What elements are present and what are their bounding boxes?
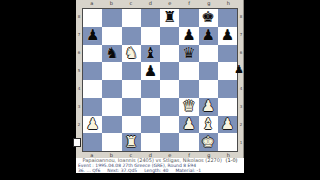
- white-piece-g1[interactable]: ♚: [199, 133, 218, 151]
- square-b6[interactable]: ♞: [102, 45, 121, 63]
- square-f5[interactable]: [179, 62, 198, 80]
- square-e6[interactable]: [160, 45, 179, 63]
- square-f8[interactable]: [179, 9, 198, 27]
- rank-label-4: 4: [238, 80, 244, 98]
- file-label-f: f: [180, 0, 200, 8]
- white-piece-c1[interactable]: ♜: [122, 133, 141, 151]
- square-h4[interactable]: [218, 80, 237, 98]
- square-b8[interactable]: [102, 9, 121, 27]
- black-piece-d6[interactable]: ♝: [141, 45, 160, 63]
- square-e3[interactable]: [160, 98, 179, 116]
- square-g1[interactable]: ♚: [199, 133, 218, 151]
- file-label-e: e: [160, 0, 180, 8]
- white-piece-f3[interactable]: ♛: [179, 98, 198, 116]
- black-piece-f7[interactable]: ♟: [179, 27, 198, 45]
- file-label-a: a: [82, 0, 102, 8]
- square-f2[interactable]: ♟: [179, 116, 198, 134]
- square-f4[interactable]: [179, 80, 198, 98]
- square-c5[interactable]: [122, 62, 141, 80]
- black-piece-h7[interactable]: ♟: [218, 27, 237, 45]
- square-g8[interactable]: ♚: [199, 9, 218, 27]
- game-length: Length: 40: [144, 168, 168, 173]
- status-line: 36. ... Qf6 Next: 37.Qd5 Length: 40 Mate…: [76, 168, 244, 173]
- rank-label-2: 2: [238, 116, 244, 134]
- rank-label-3: 3: [238, 98, 244, 116]
- material-balance: Material: -1: [175, 168, 201, 173]
- file-label-g: g: [199, 0, 219, 8]
- square-d2[interactable]: [141, 116, 160, 134]
- game-result: (1-0): [225, 158, 237, 163]
- square-b2[interactable]: [102, 116, 121, 134]
- square-d8[interactable]: [141, 9, 160, 27]
- square-h7[interactable]: ♟: [218, 27, 237, 45]
- game-info-panel: Papaioannou, Ioannis (2405) vs Stligas, …: [76, 158, 244, 173]
- file-label-c: c: [121, 0, 141, 8]
- square-e7[interactable]: [160, 27, 179, 45]
- square-a6[interactable]: [83, 45, 102, 63]
- file-label-b: b: [102, 0, 122, 8]
- square-a4[interactable]: [83, 80, 102, 98]
- square-a8[interactable]: [83, 9, 102, 27]
- white-piece-a2[interactable]: ♟: [83, 116, 102, 134]
- square-d3[interactable]: [141, 98, 160, 116]
- square-h8[interactable]: [218, 9, 237, 27]
- white-to-move-indicator: [73, 138, 81, 147]
- square-e5[interactable]: [160, 62, 179, 80]
- square-c1[interactable]: ♜: [122, 133, 141, 151]
- square-c8[interactable]: [122, 9, 141, 27]
- square-f7[interactable]: ♟: [179, 27, 198, 45]
- file-labels-top: abcdefgh: [82, 0, 238, 8]
- square-e4[interactable]: [160, 80, 179, 98]
- square-d5[interactable]: ♟: [141, 62, 160, 80]
- rank-label-1: 1: [238, 134, 244, 152]
- next-move: Next: 37.Qd5: [107, 168, 137, 173]
- square-b7[interactable]: [102, 27, 121, 45]
- square-a2[interactable]: ♟: [83, 116, 102, 134]
- square-h1[interactable]: [218, 133, 237, 151]
- white-piece-h2[interactable]: ♟: [218, 116, 237, 134]
- square-g2[interactable]: ♝: [199, 116, 218, 134]
- square-b5[interactable]: [102, 62, 121, 80]
- video-letterbox-stage: abcdefgh 87654321 87654321 ♜♚♟♟♟♟♞♞♝♛♟♛♟…: [0, 0, 320, 180]
- last-move: 36. ... Qf6: [78, 168, 100, 173]
- captured-material-pawn-icon: ♟: [234, 63, 244, 76]
- square-c6[interactable]: ♞: [122, 45, 141, 63]
- square-b1[interactable]: [102, 133, 121, 151]
- square-a5[interactable]: [83, 62, 102, 80]
- square-a7[interactable]: ♟: [83, 27, 102, 45]
- rank-labels-right: 87654321: [238, 8, 244, 152]
- rank-label-7: 7: [238, 26, 244, 44]
- square-f1[interactable]: [179, 133, 198, 151]
- square-c2[interactable]: [122, 116, 141, 134]
- square-a3[interactable]: [83, 98, 102, 116]
- black-piece-g8[interactable]: ♚: [199, 9, 218, 27]
- rank-label-8: 8: [238, 8, 244, 26]
- square-d7[interactable]: [141, 27, 160, 45]
- white-piece-g2[interactable]: ♝: [199, 116, 218, 134]
- square-b4[interactable]: [102, 80, 121, 98]
- square-e2[interactable]: [160, 116, 179, 134]
- square-g3[interactable]: ♟: [199, 98, 218, 116]
- square-g6[interactable]: [199, 45, 218, 63]
- black-piece-f6[interactable]: ♛: [179, 45, 198, 63]
- black-piece-e8[interactable]: ♜: [160, 9, 179, 27]
- square-h3[interactable]: [218, 98, 237, 116]
- square-d1[interactable]: [141, 133, 160, 151]
- white-piece-c6[interactable]: ♞: [122, 45, 141, 63]
- square-d4[interactable]: [141, 80, 160, 98]
- file-label-d: d: [141, 0, 161, 8]
- square-c7[interactable]: [122, 27, 141, 45]
- square-a1[interactable]: [83, 133, 102, 151]
- square-h2[interactable]: ♟: [218, 116, 237, 134]
- square-g4[interactable]: [199, 80, 218, 98]
- square-e1[interactable]: [160, 133, 179, 151]
- chess-board-frame: abcdefgh 87654321 87654321 ♜♚♟♟♟♟♞♞♝♛♟♛♟…: [76, 0, 244, 158]
- board[interactable]: ♜♚♟♟♟♟♞♞♝♛♟♛♟♟♟♝♟♜♚: [82, 8, 238, 152]
- file-label-h: h: [219, 0, 239, 8]
- square-f6[interactable]: ♛: [179, 45, 198, 63]
- square-c4[interactable]: [122, 80, 141, 98]
- square-c3[interactable]: [122, 98, 141, 116]
- white-piece-f2[interactable]: ♟: [179, 116, 198, 134]
- square-e8[interactable]: ♜: [160, 9, 179, 27]
- square-g5[interactable]: [199, 62, 218, 80]
- square-b3[interactable]: [102, 98, 121, 116]
- black-piece-g7[interactable]: ♟: [199, 27, 218, 45]
- square-d6[interactable]: ♝: [141, 45, 160, 63]
- black-piece-d5[interactable]: ♟: [141, 62, 160, 80]
- white-piece-g3[interactable]: ♟: [199, 98, 218, 116]
- black-piece-b6[interactable]: ♞: [102, 45, 121, 63]
- square-h6[interactable]: [218, 45, 237, 63]
- square-g7[interactable]: ♟: [199, 27, 218, 45]
- rank-label-6: 6: [238, 44, 244, 62]
- black-piece-a7[interactable]: ♟: [83, 27, 102, 45]
- square-f3[interactable]: ♛: [179, 98, 198, 116]
